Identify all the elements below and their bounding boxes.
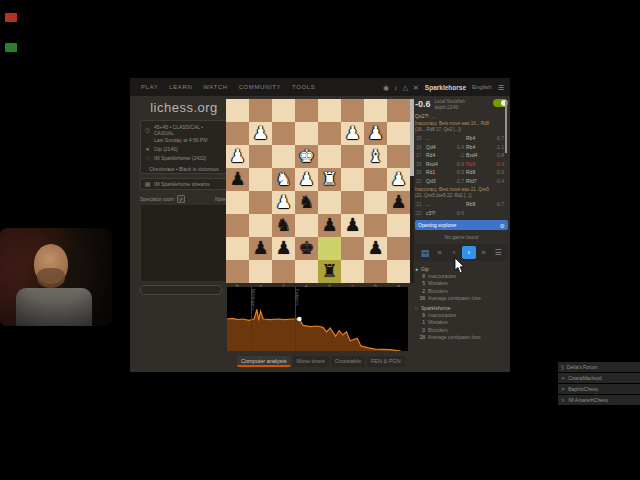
player-row-0[interactable]: ●Gip (2140) bbox=[141, 145, 227, 154]
analysis-summary: ●Gip8Inaccuracies5Mistakes2Blunders38Ave… bbox=[415, 266, 508, 341]
white-knight[interactable]: ♞ bbox=[272, 168, 295, 191]
square[interactable] bbox=[318, 99, 341, 122]
square[interactable] bbox=[318, 122, 341, 145]
square[interactable]: ♟ bbox=[387, 168, 410, 191]
white-pawn[interactable]: ♟ bbox=[226, 145, 249, 168]
square[interactable] bbox=[295, 260, 318, 283]
chat-overlay-row: §Delia's Forum bbox=[558, 362, 640, 372]
tab-fen-pgn[interactable]: FEN & PGN bbox=[367, 356, 405, 367]
summary-player-name: ○Sparklehorse bbox=[415, 305, 508, 312]
annotation-2: Inaccuracy. Best move was 21. Qxe5 (21. … bbox=[415, 187, 508, 198]
desktop-red-indicator bbox=[5, 13, 17, 22]
summary-stat-row: 28Average centipawn loss bbox=[415, 334, 508, 341]
square[interactable] bbox=[295, 214, 318, 237]
move-row[interactable]: 17Rd4-1Bxd4-0.8 bbox=[415, 151, 505, 160]
panel-scrollbar[interactable] bbox=[505, 101, 507, 153]
square[interactable] bbox=[387, 214, 410, 237]
language-selector[interactable]: English bbox=[472, 84, 492, 90]
square[interactable] bbox=[295, 122, 318, 145]
white-pawn[interactable]: ♟ bbox=[295, 168, 318, 191]
eval-gauge bbox=[410, 99, 414, 283]
square[interactable] bbox=[226, 214, 249, 237]
summary-stat-row: 38Average centipawn loss bbox=[415, 295, 508, 302]
square[interactable] bbox=[226, 191, 249, 214]
square[interactable] bbox=[249, 191, 272, 214]
mouse-cursor bbox=[454, 258, 466, 274]
black-knight[interactable]: ♞ bbox=[295, 191, 318, 214]
square[interactable] bbox=[364, 99, 387, 122]
move-list: 15…Rb4-0.716Qd4-1.4Rb4-1.117Rd4-1Bxd4-0.… bbox=[415, 134, 505, 185]
square[interactable] bbox=[226, 260, 249, 283]
tab-crosstable[interactable]: Crosstable bbox=[331, 356, 365, 367]
stream-screen-icon: ▦ bbox=[144, 180, 151, 187]
square[interactable] bbox=[226, 99, 249, 122]
square[interactable] bbox=[387, 145, 410, 168]
white-pawn[interactable]: ♟ bbox=[387, 168, 410, 191]
nav-tab-play[interactable]: PLAY bbox=[141, 84, 158, 90]
square[interactable] bbox=[272, 122, 295, 145]
square[interactable]: ♟ bbox=[295, 168, 318, 191]
summary-stat-row: 9Inaccuracies bbox=[415, 312, 508, 319]
white-rook[interactable]: ♜ bbox=[318, 168, 341, 191]
square[interactable] bbox=[249, 99, 272, 122]
square[interactable] bbox=[341, 168, 364, 191]
square[interactable]: ♟ bbox=[364, 237, 387, 260]
square[interactable] bbox=[272, 260, 295, 283]
black-pawn[interactable]: ♟ bbox=[249, 237, 272, 260]
chat-overlay-row: ✦CowraMacleod bbox=[558, 373, 640, 383]
white-king[interactable]: ♚ bbox=[295, 145, 318, 168]
square[interactable]: ♟ bbox=[341, 122, 364, 145]
time-control: 45+45 • CLASSICAL • CASUAL bbox=[154, 124, 224, 136]
opening-explorer-label: Opening explorer bbox=[418, 222, 456, 228]
clock-icon: ◷ bbox=[144, 126, 151, 133]
square[interactable]: ♞ bbox=[295, 191, 318, 214]
bell-icon[interactable]: △ bbox=[403, 84, 408, 91]
black-knight[interactable]: ♞ bbox=[272, 214, 295, 237]
summary-stat-row: 0Blunders bbox=[415, 327, 508, 334]
lichess-logo[interactable]: lichess.org bbox=[140, 100, 228, 115]
square[interactable]: ♟ bbox=[341, 214, 364, 237]
chat-row-icon: ✦ bbox=[561, 386, 565, 392]
square[interactable] bbox=[387, 99, 410, 122]
phase-label: Middlegame bbox=[251, 289, 256, 311]
engine-label: Local Stockfishdepth 22/40 bbox=[435, 99, 465, 110]
sound-icon[interactable]: ♪ bbox=[394, 84, 398, 91]
challenge-icon[interactable]: ✕ bbox=[413, 84, 419, 91]
square[interactable]: ♟ bbox=[272, 191, 295, 214]
move-row[interactable]: 19Rd1-0.5Rd8-0.9 bbox=[415, 168, 505, 177]
square[interactable] bbox=[387, 122, 410, 145]
square[interactable] bbox=[249, 145, 272, 168]
black-pawn[interactable]: ♟ bbox=[341, 214, 364, 237]
desktop-green-indicator bbox=[5, 43, 17, 52]
nav-tab-community[interactable]: COMMUNITY bbox=[239, 84, 281, 90]
menu-button[interactable]: ☰ bbox=[491, 246, 505, 259]
square[interactable]: ♟ bbox=[318, 214, 341, 237]
square[interactable] bbox=[341, 99, 364, 122]
player-name: Gip (2140) bbox=[154, 146, 178, 152]
black-king[interactable]: ♚ bbox=[295, 237, 318, 260]
screen: PLAYLEARNWATCHCOMMUNITYTOOLS ◉♪△✕ Sparkl… bbox=[0, 0, 640, 480]
explorer-book-button[interactable]: ▤ bbox=[418, 246, 432, 259]
square[interactable] bbox=[249, 214, 272, 237]
jump-last-button[interactable]: » bbox=[476, 246, 490, 259]
move-list-continued: 21…Rb8-0.722c3?!-0.6 bbox=[415, 200, 505, 217]
square[interactable] bbox=[318, 191, 341, 214]
white-bishop[interactable]: ♝ bbox=[364, 145, 387, 168]
black-pawn[interactable]: ♟ bbox=[226, 168, 249, 191]
square[interactable] bbox=[387, 260, 410, 283]
square[interactable]: ♟ bbox=[272, 237, 295, 260]
square[interactable] bbox=[341, 260, 364, 283]
opening-explorer-bar[interactable]: Opening explorer ⚙ bbox=[415, 220, 508, 230]
move-row[interactable]: 15…Rb4-0.7 bbox=[415, 134, 505, 143]
move-row[interactable]: 16Qd4-1.4Rb4-1.1 bbox=[415, 143, 505, 152]
square[interactable]: ♜ bbox=[318, 260, 341, 283]
square[interactable]: ♟ bbox=[364, 122, 387, 145]
chat-overlay-row: ✎IM AmarethChess bbox=[558, 395, 640, 405]
square[interactable]: ♟ bbox=[249, 122, 272, 145]
move-row[interactable]: 22c3?!-0.6 bbox=[415, 209, 505, 218]
jump-first-button[interactable]: « bbox=[433, 246, 447, 259]
game-result: Checkmate • Black is victorious bbox=[141, 166, 227, 172]
game-info-box: ◷ 45+45 • CLASSICAL • CASUAL Last Sunday… bbox=[140, 120, 228, 174]
white-pawn[interactable]: ♟ bbox=[249, 122, 272, 145]
square[interactable] bbox=[341, 145, 364, 168]
square[interactable] bbox=[341, 191, 364, 214]
webcam-overlay bbox=[0, 228, 112, 326]
player-name: IM Sparklehorse (2422) bbox=[154, 155, 206, 161]
tab-computer-analysis[interactable]: Computer analysis bbox=[237, 356, 291, 367]
player-color-icon: ○ bbox=[144, 155, 151, 161]
eval-number: -0.6 bbox=[415, 99, 431, 109]
black-pawn[interactable]: ♟ bbox=[387, 191, 410, 214]
square[interactable] bbox=[364, 260, 387, 283]
black-pawn[interactable]: ♟ bbox=[364, 237, 387, 260]
white-pawn[interactable]: ♟ bbox=[272, 191, 295, 214]
square[interactable] bbox=[387, 237, 410, 260]
square[interactable] bbox=[364, 168, 387, 191]
square[interactable]: ♞ bbox=[272, 214, 295, 237]
chat-row-icon: ✦ bbox=[561, 375, 565, 381]
advantage-graph[interactable]: MiddlegameEndgame bbox=[227, 287, 408, 351]
square[interactable] bbox=[364, 191, 387, 214]
move-row[interactable]: 20Qd3-0.7Rfd7-0.4 bbox=[415, 177, 505, 186]
square[interactable]: ♞ bbox=[272, 168, 295, 191]
square[interactable]: ♚ bbox=[295, 145, 318, 168]
nav-tab-watch[interactable]: WATCH bbox=[203, 84, 227, 90]
chat-row-icon: ✎ bbox=[561, 397, 565, 403]
square[interactable] bbox=[318, 145, 341, 168]
nav-tabs: PLAYLEARNWATCHCOMMUNITYTOOLS bbox=[130, 84, 315, 90]
nav-tab-tools[interactable]: TOOLS bbox=[292, 84, 315, 90]
square[interactable] bbox=[226, 122, 249, 145]
current-move[interactable]: Qe2?! … bbox=[415, 113, 508, 119]
stream-notice[interactable]: ▦ IM Sparklehorse streams bbox=[140, 178, 228, 190]
square[interactable]: ♚ bbox=[295, 237, 318, 260]
summary-stat-row: 2Blunders bbox=[415, 288, 508, 295]
square[interactable] bbox=[341, 237, 364, 260]
square[interactable]: ♟ bbox=[387, 191, 410, 214]
summary-stat-row: 1Mistakes bbox=[415, 319, 508, 326]
chess-board[interactable]: ♟♟♟♟♚♝♟♞♟♜♟♟♞♟♞♟♟♟♟♚♟♜ bbox=[226, 99, 410, 283]
stream-icon[interactable]: ◉ bbox=[383, 84, 389, 91]
chat-overlay-row: ✦BaphloChess bbox=[558, 384, 640, 394]
square[interactable]: ♟ bbox=[226, 145, 249, 168]
analysis-tabs: Computer analysisMove timesCrosstableFEN… bbox=[237, 356, 405, 367]
analysis-panel: -0.6 Local Stockfishdepth 22/40 Qe2?! … … bbox=[415, 99, 508, 341]
webcam-vignette bbox=[0, 228, 112, 326]
sidebar: lichess.org ◷ 45+45 • CLASSICAL • CASUAL… bbox=[140, 100, 228, 295]
chat-input[interactable] bbox=[140, 285, 222, 295]
square[interactable] bbox=[249, 260, 272, 283]
top-navbar: PLAYLEARNWATCHCOMMUNITYTOOLS ◉♪△✕ Sparkl… bbox=[130, 78, 510, 96]
gear-icon[interactable]: ⚙ bbox=[500, 222, 505, 229]
square[interactable] bbox=[295, 99, 318, 122]
black-pawn[interactable]: ♟ bbox=[318, 214, 341, 237]
nav-tab-learn[interactable]: LEARN bbox=[169, 84, 192, 90]
game-date: Last Sunday at 4:56 PM bbox=[154, 137, 207, 143]
square[interactable] bbox=[249, 168, 272, 191]
square[interactable] bbox=[318, 237, 341, 260]
square[interactable] bbox=[272, 99, 295, 122]
tab-move-times[interactable]: Move times bbox=[293, 356, 329, 367]
summary-stat-row: 8Inaccuracies bbox=[415, 273, 508, 280]
black-rook[interactable]: ♜ bbox=[318, 260, 341, 283]
move-row[interactable]: 18Rxd4-0.6Rd8-0.9 bbox=[415, 160, 505, 169]
white-pawn[interactable]: ♟ bbox=[364, 122, 387, 145]
square[interactable]: ♟ bbox=[249, 237, 272, 260]
square[interactable]: ♟ bbox=[226, 168, 249, 191]
chat-row-icon: § bbox=[561, 364, 564, 370]
white-pawn[interactable]: ♟ bbox=[341, 122, 364, 145]
summary-stat-row: 5Mistakes bbox=[415, 280, 508, 287]
square[interactable]: ♜ bbox=[318, 168, 341, 191]
square[interactable]: ♝ bbox=[364, 145, 387, 168]
stream-notice-label: IM Sparklehorse streams bbox=[154, 181, 210, 187]
spectator-chat-body bbox=[140, 205, 228, 282]
square[interactable] bbox=[364, 214, 387, 237]
player-color-icon: ● bbox=[144, 146, 151, 152]
spectator-room-label: Spectator room bbox=[140, 196, 174, 202]
stream-chat-overlay: §Delia's Forum✦CowraMacleod✦BaphloChess✎… bbox=[558, 362, 640, 405]
move-row[interactable]: 21…Rb8-0.7 bbox=[415, 200, 505, 209]
hamburger-icon[interactable]: ☰ bbox=[498, 84, 504, 91]
annotation-1: Inaccuracy. Best move was 16... Rd8 (16.… bbox=[415, 121, 508, 132]
explorer-empty-text: No game found bbox=[415, 234, 508, 240]
black-pawn[interactable]: ♟ bbox=[272, 237, 295, 260]
square[interactable] bbox=[226, 237, 249, 260]
player-row-1[interactable]: ○IM Sparklehorse (2422) bbox=[141, 154, 227, 163]
chat-toggle-checkbox[interactable]: ✓ bbox=[177, 195, 185, 203]
square[interactable] bbox=[272, 145, 295, 168]
phase-label: Endgame bbox=[295, 289, 300, 306]
username[interactable]: Sparklehorse bbox=[425, 84, 466, 91]
